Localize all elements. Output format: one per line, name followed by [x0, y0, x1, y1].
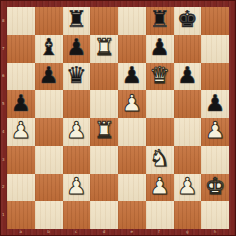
square-h6[interactable]	[201, 63, 229, 91]
square-d2[interactable]	[90, 174, 118, 202]
square-e7[interactable]	[118, 35, 146, 63]
square-g5[interactable]	[174, 90, 202, 118]
rank-label-7: 7	[2, 47, 5, 51]
square-c5[interactable]	[63, 90, 91, 118]
square-g1[interactable]	[174, 201, 202, 229]
white-pawn-g2[interactable]: ♟	[177, 175, 198, 198]
white-rook-d4[interactable]: ♜	[94, 119, 115, 142]
black-pawn-f7[interactable]: ♟	[149, 36, 170, 59]
square-c4[interactable]: ♟	[63, 118, 91, 146]
square-d4[interactable]: ♜	[90, 118, 118, 146]
white-pawn-a4[interactable]: ♟	[11, 119, 32, 142]
square-h4[interactable]: ♟	[201, 118, 229, 146]
square-c8[interactable]: ♜	[63, 7, 91, 35]
white-rook-d7[interactable]: ♜	[94, 36, 115, 59]
file-label-d: d	[103, 230, 106, 234]
black-king-g8[interactable]: ♚	[177, 8, 198, 31]
black-pawn-c7[interactable]: ♟	[66, 36, 87, 59]
square-e2[interactable]	[118, 174, 146, 202]
square-f2[interactable]: ♟	[146, 174, 174, 202]
black-queen-c6[interactable]: ♛	[66, 64, 87, 87]
square-g4[interactable]	[174, 118, 202, 146]
square-c1[interactable]	[63, 201, 91, 229]
square-c6[interactable]: ♛	[63, 63, 91, 91]
square-h7[interactable]	[201, 35, 229, 63]
square-f1[interactable]	[146, 201, 174, 229]
file-label-b: b	[47, 230, 50, 234]
square-f4[interactable]	[146, 118, 174, 146]
square-a6[interactable]	[7, 63, 35, 91]
square-a8[interactable]	[7, 7, 35, 35]
square-b4[interactable]	[35, 118, 63, 146]
square-f5[interactable]	[146, 90, 174, 118]
board-frame: ♜♜♚♝♟♜♟♟♛♟♛♟♟♟♟♟♟♜♟♞♟♟♟♚ 87654321abcdefg…	[0, 0, 236, 236]
square-d3[interactable]	[90, 146, 118, 174]
square-h5[interactable]: ♟	[201, 90, 229, 118]
rank-label-5: 5	[2, 102, 5, 106]
square-b7[interactable]: ♝	[35, 35, 63, 63]
square-e3[interactable]	[118, 146, 146, 174]
square-d1[interactable]	[90, 201, 118, 229]
square-h1[interactable]	[201, 201, 229, 229]
white-pawn-h4[interactable]: ♟	[205, 119, 226, 142]
square-f8[interactable]: ♜	[146, 7, 174, 35]
square-a3[interactable]	[7, 146, 35, 174]
square-c7[interactable]: ♟	[63, 35, 91, 63]
black-pawn-g6[interactable]: ♟	[177, 64, 198, 87]
file-label-e: e	[130, 230, 132, 234]
square-f7[interactable]: ♟	[146, 35, 174, 63]
rank-label-3: 3	[2, 158, 5, 162]
black-bishop-b7[interactable]: ♝	[38, 36, 59, 59]
black-pawn-e6[interactable]: ♟	[122, 64, 143, 87]
chess-board: ♜♜♚♝♟♜♟♟♛♟♛♟♟♟♟♟♟♜♟♞♟♟♟♚	[7, 7, 229, 229]
rank-label-4: 4	[2, 130, 5, 134]
white-queen-f6[interactable]: ♛	[149, 64, 170, 87]
black-rook-f8[interactable]: ♜	[149, 8, 170, 31]
square-d7[interactable]: ♜	[90, 35, 118, 63]
square-h8[interactable]	[201, 7, 229, 35]
square-a1[interactable]	[7, 201, 35, 229]
square-e6[interactable]: ♟	[118, 63, 146, 91]
white-pawn-c4[interactable]: ♟	[66, 119, 87, 142]
rank-label-8: 8	[2, 19, 5, 23]
black-pawn-h5[interactable]: ♟	[205, 92, 226, 115]
square-d8[interactable]	[90, 7, 118, 35]
white-king-h2[interactable]: ♚	[205, 175, 226, 198]
square-g8[interactable]: ♚	[174, 7, 202, 35]
square-g3[interactable]	[174, 146, 202, 174]
square-g6[interactable]: ♟	[174, 63, 202, 91]
square-e1[interactable]	[118, 201, 146, 229]
black-pawn-a5[interactable]: ♟	[11, 92, 32, 115]
square-a2[interactable]	[7, 174, 35, 202]
file-label-g: g	[186, 230, 189, 234]
file-label-c: c	[75, 230, 77, 234]
rank-label-2: 2	[2, 185, 5, 189]
square-b2[interactable]	[35, 174, 63, 202]
square-a7[interactable]	[7, 35, 35, 63]
black-pawn-b6[interactable]: ♟	[38, 64, 59, 87]
file-label-a: a	[19, 230, 21, 234]
white-knight-f3[interactable]: ♞	[149, 147, 170, 170]
square-f6[interactable]: ♛	[146, 63, 174, 91]
white-pawn-f2[interactable]: ♟	[149, 175, 170, 198]
file-label-f: f	[158, 230, 159, 234]
square-b6[interactable]: ♟	[35, 63, 63, 91]
square-c3[interactable]	[63, 146, 91, 174]
square-b8[interactable]	[35, 7, 63, 35]
square-e8[interactable]	[118, 7, 146, 35]
white-pawn-e5[interactable]: ♟	[122, 92, 143, 115]
square-g2[interactable]: ♟	[174, 174, 202, 202]
white-pawn-c2[interactable]: ♟	[66, 175, 87, 198]
square-a4[interactable]: ♟	[7, 118, 35, 146]
square-d6[interactable]	[90, 63, 118, 91]
rank-label-1: 1	[2, 213, 5, 217]
square-b3[interactable]	[35, 146, 63, 174]
square-f3[interactable]: ♞	[146, 146, 174, 174]
square-h3[interactable]	[201, 146, 229, 174]
square-e4[interactable]	[118, 118, 146, 146]
square-g7[interactable]	[174, 35, 202, 63]
square-b1[interactable]	[35, 201, 63, 229]
square-c2[interactable]: ♟	[63, 174, 91, 202]
square-a5[interactable]: ♟	[7, 90, 35, 118]
square-b5[interactable]	[35, 90, 63, 118]
black-rook-c8[interactable]: ♜	[66, 8, 87, 31]
square-d5[interactable]	[90, 90, 118, 118]
square-h2[interactable]: ♚	[201, 174, 229, 202]
square-e5[interactable]: ♟	[118, 90, 146, 118]
file-label-h: h	[214, 230, 217, 234]
rank-label-6: 6	[2, 74, 5, 78]
